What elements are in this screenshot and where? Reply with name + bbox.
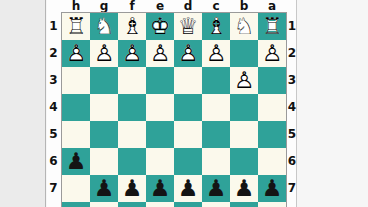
piece-wN-b1-fill: ♞ [230, 12, 258, 39]
square-e3[interactable] [146, 67, 174, 94]
file-label-a: a [258, 0, 286, 12]
square-d4[interactable] [174, 94, 202, 121]
piece-bP-h6: ♟ [62, 147, 90, 174]
rank-label-left-5: 5 [46, 121, 61, 148]
square-f2[interactable]: ♟♙ [118, 40, 146, 67]
square-b3[interactable]: ♟♙ [230, 67, 258, 94]
piece-wB-f1-fill: ♝ [118, 12, 146, 39]
rank-label-left-8: 8 [46, 202, 61, 207]
square-g5[interactable] [90, 121, 118, 148]
piece-wB-f1: ♗ [118, 12, 146, 39]
square-a7[interactable]: ♟ [258, 175, 286, 202]
piece-bP-c7: ♟ [202, 174, 230, 201]
square-f8[interactable] [118, 202, 146, 207]
square-c4[interactable] [202, 94, 230, 121]
square-f1[interactable]: ♝♗ [118, 13, 146, 40]
square-c2[interactable]: ♟♙ [202, 40, 230, 67]
file-label-b: b [230, 0, 258, 12]
square-b1[interactable]: ♞♘ [230, 13, 258, 40]
piece-wK-e1-fill: ♚ [146, 12, 174, 39]
file-label-e: e [146, 0, 174, 12]
square-h4[interactable] [62, 94, 90, 121]
square-f4[interactable] [118, 94, 146, 121]
piece-wP-f2-fill: ♟ [118, 39, 146, 66]
piece-wR-h1-fill: ♜ [62, 12, 90, 39]
square-c1[interactable]: ♝♗ [202, 13, 230, 40]
square-g3[interactable] [90, 67, 118, 94]
rank-label-right-1: 1 [287, 13, 297, 40]
piece-wP-g2-fill: ♟ [90, 39, 118, 66]
piece-bP-g7: ♟ [90, 174, 118, 201]
piece-wP-d2-fill: ♟ [174, 39, 202, 66]
square-h3[interactable] [62, 67, 90, 94]
square-e6[interactable] [146, 148, 174, 175]
square-d6[interactable] [174, 148, 202, 175]
rank-label-left-1: 1 [46, 13, 61, 40]
piece-wP-b3: ♙ [230, 66, 258, 93]
square-c5[interactable] [202, 121, 230, 148]
square-e7[interactable]: ♟ [146, 175, 174, 202]
piece-wB-c1: ♗ [202, 12, 230, 39]
piece-wP-b3-fill: ♟ [230, 66, 258, 93]
rank-label-right-8: 8 [287, 202, 297, 207]
square-h8[interactable] [62, 202, 90, 207]
chess-board: ♜♖♞♘♝♗♚♔♛♕♝♗♞♘♜♖♟♙♟♙♟♙♟♙♟♙♟♙♟♙♟♙♟♟♟♟♟♟♟♟ [61, 12, 287, 207]
piece-wQ-d1-fill: ♛ [174, 12, 202, 39]
square-f5[interactable] [118, 121, 146, 148]
square-g2[interactable]: ♟♙ [90, 40, 118, 67]
square-c6[interactable] [202, 148, 230, 175]
piece-bP-e7: ♟ [146, 174, 174, 201]
square-g6[interactable] [90, 148, 118, 175]
square-b7[interactable]: ♟ [230, 175, 258, 202]
square-g8[interactable] [90, 202, 118, 207]
square-a1[interactable]: ♜♖ [258, 13, 286, 40]
rank-label-left-4: 4 [46, 94, 61, 121]
square-f7[interactable]: ♟ [118, 175, 146, 202]
piece-wP-e2-fill: ♟ [146, 39, 174, 66]
rank-label-left-2: 2 [46, 40, 61, 67]
rank-label-left-6: 6 [46, 148, 61, 175]
piece-wP-h2: ♙ [62, 39, 90, 66]
square-b5[interactable] [230, 121, 258, 148]
piece-wB-c1-fill: ♝ [202, 12, 230, 39]
square-h2[interactable]: ♟♙ [62, 40, 90, 67]
square-d2[interactable]: ♟♙ [174, 40, 202, 67]
piece-wN-g1: ♘ [90, 12, 118, 39]
piece-bP-b7: ♟ [230, 174, 258, 201]
square-a5[interactable] [258, 121, 286, 148]
square-b8[interactable] [230, 202, 258, 207]
square-e4[interactable] [146, 94, 174, 121]
square-c3[interactable] [202, 67, 230, 94]
piece-wP-c2-fill: ♟ [202, 39, 230, 66]
rank-label-right-7: 7 [287, 175, 297, 202]
square-e2[interactable]: ♟♙ [146, 40, 174, 67]
square-e1[interactable]: ♚♔ [146, 13, 174, 40]
piece-wR-a1-fill: ♜ [258, 12, 286, 39]
piece-wR-h1: ♖ [62, 12, 90, 39]
square-e8[interactable] [146, 202, 174, 207]
square-b4[interactable] [230, 94, 258, 121]
square-g4[interactable] [90, 94, 118, 121]
piece-bP-f7: ♟ [118, 174, 146, 201]
square-h1[interactable]: ♜♖ [62, 13, 90, 40]
square-d3[interactable] [174, 67, 202, 94]
left-gutter [0, 0, 46, 207]
piece-wN-b1: ♘ [230, 12, 258, 39]
file-label-h: h [62, 0, 90, 12]
square-h6[interactable]: ♟ [62, 148, 90, 175]
file-label-f: f [118, 0, 146, 12]
square-g7[interactable]: ♟ [90, 175, 118, 202]
square-a8[interactable] [258, 202, 286, 207]
square-d7[interactable]: ♟ [174, 175, 202, 202]
square-b6[interactable] [230, 148, 258, 175]
file-label-d: d [174, 0, 202, 12]
rank-label-left-3: 3 [46, 67, 61, 94]
square-b2[interactable] [230, 40, 258, 67]
piece-wR-a1: ♖ [258, 12, 286, 39]
piece-wQ-d1: ♕ [174, 12, 202, 39]
square-d8[interactable] [174, 202, 202, 207]
piece-wP-a2-fill: ♟ [258, 39, 286, 66]
square-h7[interactable] [62, 175, 90, 202]
file-label-c: c [202, 0, 230, 12]
file-label-g: g [90, 0, 118, 12]
square-a2[interactable]: ♟♙ [258, 40, 286, 67]
rank-label-right-6: 6 [287, 148, 297, 175]
piece-wN-g1-fill: ♞ [90, 12, 118, 39]
rank-label-right-5: 5 [287, 121, 297, 148]
rank-label-right-3: 3 [287, 67, 297, 94]
square-f3[interactable] [118, 67, 146, 94]
piece-bP-a7: ♟ [258, 174, 286, 201]
piece-wP-g2: ♙ [90, 39, 118, 66]
piece-bP-d7: ♟ [174, 174, 202, 201]
square-a4[interactable] [258, 94, 286, 121]
rank-label-right-4: 4 [287, 94, 297, 121]
piece-wK-e1: ♔ [146, 12, 174, 39]
piece-wP-d2: ♙ [174, 39, 202, 66]
square-g1[interactable]: ♞♘ [90, 13, 118, 40]
square-c7[interactable]: ♟ [202, 175, 230, 202]
square-d1[interactable]: ♛♕ [174, 13, 202, 40]
rank-label-right-2: 2 [287, 40, 297, 67]
square-c8[interactable] [202, 202, 230, 207]
square-a3[interactable] [258, 67, 286, 94]
piece-wP-f2: ♙ [118, 39, 146, 66]
square-f6[interactable] [118, 148, 146, 175]
square-d5[interactable] [174, 121, 202, 148]
square-h5[interactable] [62, 121, 90, 148]
piece-wP-e2: ♙ [146, 39, 174, 66]
rank-label-left-7: 7 [46, 175, 61, 202]
piece-wP-h2-fill: ♟ [62, 39, 90, 66]
page: { "game": "chess", "view": { "orientatio… [0, 0, 368, 207]
piece-wP-a2: ♙ [258, 39, 286, 66]
piece-wP-c2: ♙ [202, 39, 230, 66]
square-e5[interactable] [146, 121, 174, 148]
square-a6[interactable] [258, 148, 286, 175]
